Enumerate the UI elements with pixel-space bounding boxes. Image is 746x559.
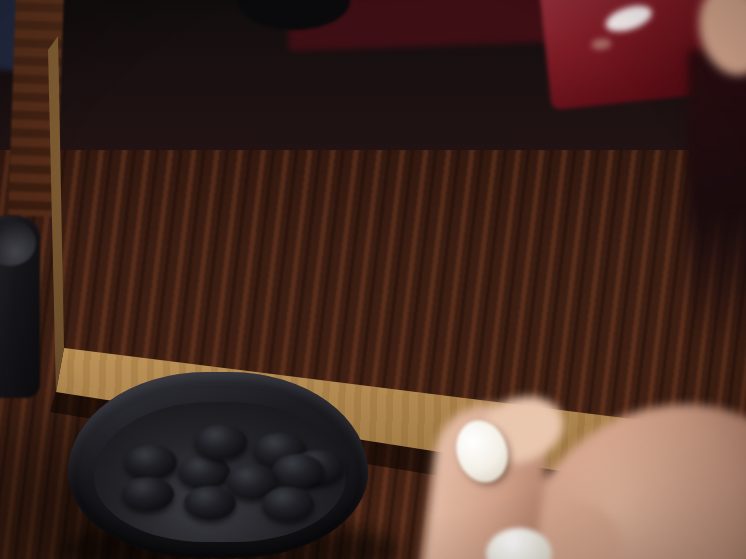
player-hand	[0, 0, 746, 559]
go-game-photo	[0, 0, 746, 559]
